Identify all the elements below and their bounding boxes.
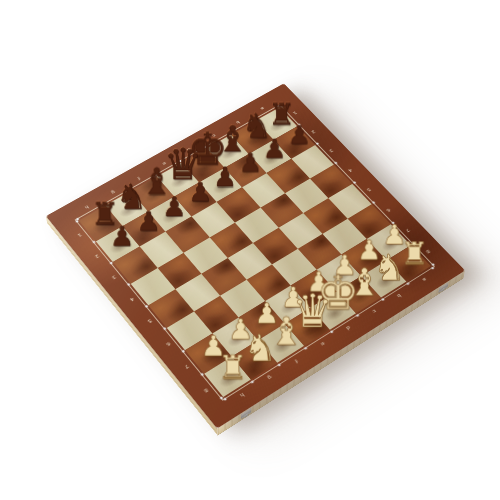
board-grid: ♜♞♝♛♚♝♞♜♟♟♟♟♟♟♟♟♟♟♟♟♟♟♟♟♜♞♝♛♚♝♞♜ — [79, 107, 431, 396]
board-square — [347, 204, 391, 239]
piece-shadow — [378, 235, 403, 255]
chess-board: ♜♞♝♛♚♝♞♜♟♟♟♟♟♟♟♟♟♟♟♟♟♟♟♟♜♞♝♛♚♝♞♜ hgfedcb… — [46, 83, 465, 428]
piece-shadow — [90, 216, 115, 235]
board-square: ♜ — [386, 245, 431, 282]
piece-shadow — [348, 287, 374, 307]
piece-shadow — [296, 319, 322, 340]
latch-clasp-icon — [241, 408, 251, 419]
piece-shadow — [235, 164, 260, 182]
piece-shadow — [373, 271, 399, 291]
piece-shadow — [116, 201, 141, 220]
piece-shadow — [277, 297, 303, 318]
chess-set-product-photo: ♜♞♝♛♚♝♞♜♟♟♟♟♟♟♟♟♟♟♟♟♟♟♟♟♜♞♝♛♚♝♞♜ hgfedcb… — [0, 0, 500, 500]
piece-shadow — [133, 222, 158, 241]
board-square — [139, 232, 183, 268]
latch-clasp-icon — [438, 282, 448, 293]
